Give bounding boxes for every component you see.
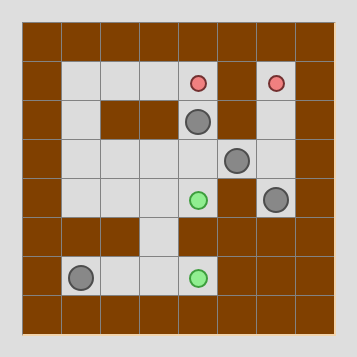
wall-cell-r1c0	[23, 62, 61, 100]
wall-cell-r2c5	[218, 101, 256, 139]
floor-cell-r6c3[interactable]	[140, 257, 178, 295]
wall-cell-r5c2	[101, 218, 139, 256]
wall-cell-r0c1	[62, 23, 100, 61]
wall-cell-r7c5	[218, 296, 256, 334]
floor-cell-r1c4[interactable]	[179, 62, 217, 100]
wall-cell-r5c0	[23, 218, 61, 256]
floor-cell-r3c6[interactable]	[257, 140, 295, 178]
wall-cell-r7c4	[179, 296, 217, 334]
floor-cell-r4c4[interactable]	[179, 179, 217, 217]
wall-cell-r0c3	[140, 23, 178, 61]
green-dot-piece[interactable]	[189, 269, 208, 288]
wall-cell-r0c2	[101, 23, 139, 61]
floor-cell-r3c4[interactable]	[179, 140, 217, 178]
wall-cell-r5c7	[296, 218, 334, 256]
wall-cell-r0c7	[296, 23, 334, 61]
wall-cell-r5c1	[62, 218, 100, 256]
wall-cell-r7c6	[257, 296, 295, 334]
wall-cell-r2c3	[140, 101, 178, 139]
wall-cell-r7c0	[23, 296, 61, 334]
floor-cell-r1c2[interactable]	[101, 62, 139, 100]
wall-cell-r4c0	[23, 179, 61, 217]
floor-cell-r3c3[interactable]	[140, 140, 178, 178]
floor-cell-r4c3[interactable]	[140, 179, 178, 217]
floor-cell-r3c2[interactable]	[101, 140, 139, 178]
wall-cell-r6c0	[23, 257, 61, 295]
wall-cell-r6c7	[296, 257, 334, 295]
floor-cell-r2c1[interactable]	[62, 101, 100, 139]
floor-cell-r3c1[interactable]	[62, 140, 100, 178]
wall-cell-r7c1	[62, 296, 100, 334]
wall-cell-r7c7	[296, 296, 334, 334]
floor-cell-r4c2[interactable]	[101, 179, 139, 217]
red-dot-piece[interactable]	[190, 75, 207, 92]
floor-cell-r6c2[interactable]	[101, 257, 139, 295]
wall-cell-r1c5	[218, 62, 256, 100]
wall-cell-r4c7	[296, 179, 334, 217]
wall-cell-r5c6	[257, 218, 295, 256]
wall-cell-r5c4	[179, 218, 217, 256]
red-dot-piece[interactable]	[268, 75, 285, 92]
wall-cell-r1c7	[296, 62, 334, 100]
wall-cell-r6c5	[218, 257, 256, 295]
gray-boulder-piece[interactable]	[224, 148, 250, 174]
wall-cell-r7c2	[101, 296, 139, 334]
gray-boulder-piece[interactable]	[263, 187, 289, 213]
floor-cell-r4c6[interactable]	[257, 179, 295, 217]
wall-cell-r2c2	[101, 101, 139, 139]
gray-boulder-piece[interactable]	[68, 265, 94, 291]
wall-cell-r0c4	[179, 23, 217, 61]
wall-cell-r0c5	[218, 23, 256, 61]
wall-cell-r2c7	[296, 101, 334, 139]
floor-cell-r6c1[interactable]	[62, 257, 100, 295]
floor-cell-r2c4[interactable]	[179, 101, 217, 139]
wall-cell-r7c3	[140, 296, 178, 334]
wall-cell-r0c0	[23, 23, 61, 61]
gray-boulder-piece[interactable]	[185, 109, 211, 135]
floor-cell-r6c4[interactable]	[179, 257, 217, 295]
wall-cell-r3c0	[23, 140, 61, 178]
wall-cell-r2c0	[23, 101, 61, 139]
floor-cell-r1c6[interactable]	[257, 62, 295, 100]
floor-cell-r2c6[interactable]	[257, 101, 295, 139]
green-dot-piece[interactable]	[189, 191, 208, 210]
floor-cell-r4c1[interactable]	[62, 179, 100, 217]
floor-cell-r5c3[interactable]	[140, 218, 178, 256]
wall-cell-r6c6	[257, 257, 295, 295]
wall-cell-r3c7	[296, 140, 334, 178]
game-board	[22, 22, 336, 336]
floor-cell-r3c5[interactable]	[218, 140, 256, 178]
wall-cell-r0c6	[257, 23, 295, 61]
floor-cell-r1c3[interactable]	[140, 62, 178, 100]
wall-cell-r5c5	[218, 218, 256, 256]
wall-cell-r4c5	[218, 179, 256, 217]
floor-cell-r1c1[interactable]	[62, 62, 100, 100]
